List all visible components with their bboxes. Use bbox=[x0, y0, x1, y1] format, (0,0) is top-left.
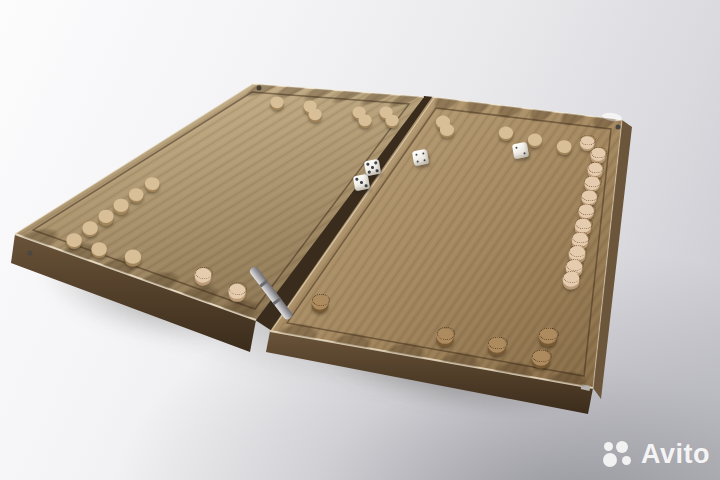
checker-ornament bbox=[312, 294, 330, 306]
checker-plain-light: ● bbox=[303, 101, 327, 122]
checker-glyph: ● bbox=[525, 122, 545, 151]
checker-glyph: ● bbox=[268, 86, 287, 113]
checker-plain-light: ● bbox=[119, 241, 148, 267]
die bbox=[352, 173, 369, 190]
checker-ornament bbox=[229, 282, 248, 295]
watermark: Avito bbox=[602, 439, 710, 470]
die-pip bbox=[364, 184, 367, 187]
checker-carved-light: ● bbox=[188, 260, 218, 286]
die-pip bbox=[515, 146, 518, 149]
checker-glyph: ● bbox=[383, 104, 402, 131]
die-pip bbox=[374, 161, 377, 164]
photo-stage: ●●●●●●●●●●●●●●●●●●●●●●●●●●●●●●●●●●●●●● A… bbox=[0, 0, 720, 480]
checker-glyph: ● bbox=[496, 115, 516, 144]
checker-glyph: ● bbox=[88, 231, 110, 263]
checker-ornament bbox=[488, 337, 507, 350]
die-pip bbox=[416, 159, 419, 162]
checker-carved-dark: ● bbox=[525, 342, 557, 370]
avito-logo-icon bbox=[602, 440, 634, 470]
die-pip bbox=[522, 151, 525, 154]
die-pip bbox=[370, 165, 373, 168]
die bbox=[511, 141, 528, 158]
checker-carved-dark: ● bbox=[481, 329, 513, 357]
checker-carved-dark: ● bbox=[430, 319, 461, 346]
checker-plain-light: ● bbox=[60, 226, 88, 251]
die bbox=[363, 158, 380, 175]
checker-glyph: ● bbox=[306, 98, 325, 125]
checker-glyph: ● bbox=[122, 237, 145, 270]
checker-ornament bbox=[195, 267, 213, 279]
checker-glyph: ● bbox=[554, 129, 575, 159]
die-pip bbox=[367, 170, 370, 173]
die-pip bbox=[375, 169, 378, 172]
die-pip bbox=[359, 180, 362, 183]
checker-plain-light: ● bbox=[265, 89, 289, 110]
checker-glyph: ● bbox=[356, 104, 375, 131]
checker-carved-light: ● bbox=[556, 264, 586, 290]
checker-plain-light: ● bbox=[380, 107, 404, 128]
checker-ornament bbox=[532, 350, 551, 363]
checker-glyph: ● bbox=[63, 222, 85, 254]
die bbox=[411, 148, 428, 165]
checker-carved-light: ● bbox=[222, 274, 253, 301]
watermark-brand: Avito bbox=[641, 439, 710, 470]
checker-glyph: ● bbox=[437, 112, 457, 141]
checker-ornament bbox=[563, 271, 581, 283]
checker-plain-light: ● bbox=[85, 235, 113, 260]
pieces-layer: ●●●●●●●●●●●●●●●●●●●●●●●●●●●●●●●●●●●●●● bbox=[0, 0, 720, 480]
checker-plain-light: ● bbox=[435, 116, 460, 138]
die-pip bbox=[421, 152, 424, 155]
checker-ornament bbox=[437, 327, 456, 340]
die-pip bbox=[422, 158, 425, 161]
die-pip bbox=[366, 162, 369, 165]
checker-carved-dark: ● bbox=[305, 287, 335, 313]
die-pip bbox=[355, 177, 358, 180]
die-pip bbox=[415, 153, 418, 156]
checker-plain-light: ● bbox=[494, 119, 519, 141]
